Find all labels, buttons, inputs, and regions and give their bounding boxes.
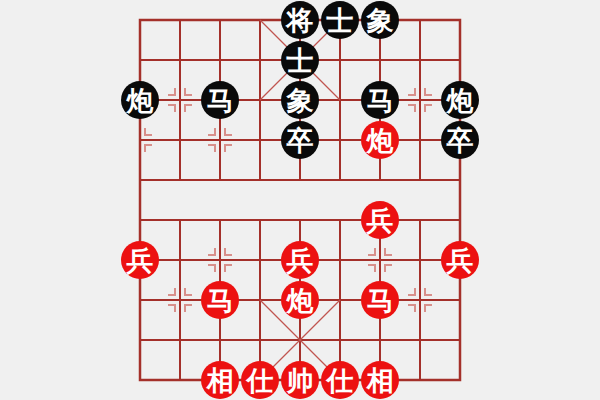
intersection-3-7[interactable] bbox=[400, 120, 440, 160]
intersection-7-5[interactable] bbox=[320, 280, 360, 320]
intersection-9-7[interactable] bbox=[400, 360, 440, 400]
intersection-1-7[interactable] bbox=[400, 40, 440, 80]
intersection-3-8[interactable]: 卒 bbox=[440, 120, 480, 160]
intersection-2-6[interactable]: 马 bbox=[360, 80, 400, 120]
intersection-6-1[interactable] bbox=[160, 240, 200, 280]
intersection-1-5[interactable] bbox=[320, 40, 360, 80]
black-cannon-2[interactable]: 炮 bbox=[441, 81, 479, 119]
intersection-0-4[interactable]: 将 bbox=[280, 0, 320, 40]
intersection-0-7[interactable] bbox=[400, 0, 440, 40]
intersection-8-1[interactable] bbox=[160, 320, 200, 360]
intersection-2-1[interactable] bbox=[160, 80, 200, 120]
intersection-9-5[interactable]: 仕 bbox=[320, 360, 360, 400]
intersection-5-6[interactable]: 兵 bbox=[360, 200, 400, 240]
intersection-8-7[interactable] bbox=[400, 320, 440, 360]
black-advisor-1[interactable]: 士 bbox=[321, 1, 359, 39]
intersection-5-8[interactable] bbox=[440, 200, 480, 240]
intersection-5-1[interactable] bbox=[160, 200, 200, 240]
intersection-7-7[interactable] bbox=[400, 280, 440, 320]
intersection-6-4[interactable]: 兵 bbox=[280, 240, 320, 280]
intersection-5-3[interactable] bbox=[240, 200, 280, 240]
black-horse-2[interactable]: 马 bbox=[361, 81, 399, 119]
red-elephant-2[interactable]: 相 bbox=[361, 361, 399, 399]
intersection-8-5[interactable] bbox=[320, 320, 360, 360]
intersection-6-8[interactable]: 兵 bbox=[440, 240, 480, 280]
red-cannon-2[interactable]: 炮 bbox=[281, 281, 319, 319]
intersection-4-1[interactable] bbox=[160, 160, 200, 200]
xiangqi-app: 将士象士炮马象马炮卒炮卒兵兵兵兵马炮马相仕帅仕相 bbox=[0, 0, 600, 400]
intersection-0-6[interactable]: 象 bbox=[360, 0, 400, 40]
intersection-8-4[interactable] bbox=[280, 320, 320, 360]
intersection-9-3[interactable]: 仕 bbox=[240, 360, 280, 400]
intersection-8-3[interactable] bbox=[240, 320, 280, 360]
intersection-5-4[interactable] bbox=[280, 200, 320, 240]
intersection-2-3[interactable] bbox=[240, 80, 280, 120]
intersection-4-4[interactable] bbox=[280, 160, 320, 200]
red-horse-1[interactable]: 马 bbox=[201, 281, 239, 319]
intersection-8-2[interactable] bbox=[200, 320, 240, 360]
intersection-0-5[interactable]: 士 bbox=[320, 0, 360, 40]
intersection-6-2[interactable] bbox=[200, 240, 240, 280]
red-cannon-1[interactable]: 炮 bbox=[361, 121, 399, 159]
intersection-3-5[interactable] bbox=[320, 120, 360, 160]
intersection-7-0[interactable] bbox=[120, 280, 160, 320]
intersection-1-1[interactable] bbox=[160, 40, 200, 80]
intersection-1-3[interactable] bbox=[240, 40, 280, 80]
intersection-1-0[interactable] bbox=[120, 40, 160, 80]
intersection-7-6[interactable]: 马 bbox=[360, 280, 400, 320]
intersection-3-0[interactable] bbox=[120, 120, 160, 160]
intersection-5-7[interactable] bbox=[400, 200, 440, 240]
intersection-2-7[interactable] bbox=[400, 80, 440, 120]
intersection-6-0[interactable]: 兵 bbox=[120, 240, 160, 280]
intersection-6-3[interactable] bbox=[240, 240, 280, 280]
black-cannon-1[interactable]: 炮 bbox=[121, 81, 159, 119]
intersection-1-4[interactable]: 士 bbox=[280, 40, 320, 80]
intersection-9-4[interactable]: 帅 bbox=[280, 360, 320, 400]
intersection-3-1[interactable] bbox=[160, 120, 200, 160]
intersection-2-4[interactable]: 象 bbox=[280, 80, 320, 120]
intersection-2-2[interactable]: 马 bbox=[200, 80, 240, 120]
intersection-3-6[interactable]: 炮 bbox=[360, 120, 400, 160]
intersection-0-3[interactable] bbox=[240, 0, 280, 40]
intersection-3-3[interactable] bbox=[240, 120, 280, 160]
intersection-4-2[interactable] bbox=[200, 160, 240, 200]
intersection-1-2[interactable] bbox=[200, 40, 240, 80]
intersection-1-8[interactable] bbox=[440, 40, 480, 80]
intersection-7-1[interactable] bbox=[160, 280, 200, 320]
intersection-7-2[interactable]: 马 bbox=[200, 280, 240, 320]
intersection-4-6[interactable] bbox=[360, 160, 400, 200]
red-soldier-2[interactable]: 兵 bbox=[121, 241, 159, 279]
intersection-4-8[interactable] bbox=[440, 160, 480, 200]
intersection-9-6[interactable]: 相 bbox=[360, 360, 400, 400]
intersection-7-3[interactable] bbox=[240, 280, 280, 320]
intersection-4-0[interactable] bbox=[120, 160, 160, 200]
black-soldier-1[interactable]: 卒 bbox=[281, 121, 319, 159]
red-soldier-1[interactable]: 兵 bbox=[361, 201, 399, 239]
intersection-9-1[interactable] bbox=[160, 360, 200, 400]
red-advisor-1[interactable]: 仕 bbox=[241, 361, 279, 399]
red-advisor-2[interactable]: 仕 bbox=[321, 361, 359, 399]
intersection-9-2[interactable]: 相 bbox=[200, 360, 240, 400]
intersection-6-7[interactable] bbox=[400, 240, 440, 280]
xiangqi-board: 将士象士炮马象马炮卒炮卒兵兵兵兵马炮马相仕帅仕相 bbox=[120, 0, 480, 400]
black-advisor-2[interactable]: 士 bbox=[281, 41, 319, 79]
intersection-9-8[interactable] bbox=[440, 360, 480, 400]
intersection-4-3[interactable] bbox=[240, 160, 280, 200]
intersection-1-6[interactable] bbox=[360, 40, 400, 80]
red-horse-2[interactable]: 马 bbox=[361, 281, 399, 319]
intersection-3-2[interactable] bbox=[200, 120, 240, 160]
intersection-7-4[interactable]: 炮 bbox=[280, 280, 320, 320]
red-elephant-1[interactable]: 相 bbox=[201, 361, 239, 399]
black-horse-1[interactable]: 马 bbox=[201, 81, 239, 119]
intersection-3-4[interactable]: 卒 bbox=[280, 120, 320, 160]
black-elephant-1[interactable]: 象 bbox=[361, 1, 399, 39]
black-soldier-2[interactable]: 卒 bbox=[441, 121, 479, 159]
red-soldier-3[interactable]: 兵 bbox=[281, 241, 319, 279]
intersection-8-0[interactable] bbox=[120, 320, 160, 360]
intersection-8-6[interactable] bbox=[360, 320, 400, 360]
red-general[interactable]: 帅 bbox=[281, 361, 319, 399]
intersection-2-5[interactable] bbox=[320, 80, 360, 120]
intersection-2-8[interactable]: 炮 bbox=[440, 80, 480, 120]
intersection-0-8[interactable] bbox=[440, 0, 480, 40]
intersection-5-5[interactable] bbox=[320, 200, 360, 240]
black-elephant-2[interactable]: 象 bbox=[281, 81, 319, 119]
intersection-6-5[interactable] bbox=[320, 240, 360, 280]
intersection-8-8[interactable] bbox=[440, 320, 480, 360]
intersection-4-5[interactable] bbox=[320, 160, 360, 200]
intersection-2-0[interactable]: 炮 bbox=[120, 80, 160, 120]
intersection-9-0[interactable] bbox=[120, 360, 160, 400]
intersection-5-0[interactable] bbox=[120, 200, 160, 240]
red-soldier-4[interactable]: 兵 bbox=[441, 241, 479, 279]
intersection-0-2[interactable] bbox=[200, 0, 240, 40]
intersection-5-2[interactable] bbox=[200, 200, 240, 240]
intersection-6-6[interactable] bbox=[360, 240, 400, 280]
intersection-4-7[interactable] bbox=[400, 160, 440, 200]
intersection-0-0[interactable] bbox=[120, 0, 160, 40]
intersection-0-1[interactable] bbox=[160, 0, 200, 40]
black-general[interactable]: 将 bbox=[281, 1, 319, 39]
intersection-7-8[interactable] bbox=[440, 280, 480, 320]
